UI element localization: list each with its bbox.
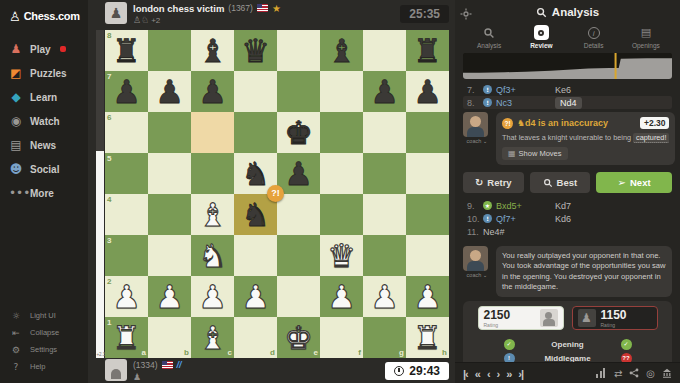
player-rating: (1334) (133, 360, 158, 370)
square-f2[interactable]: ♟ (320, 276, 363, 317)
black-queen[interactable]: ♛ (234, 30, 277, 71)
sidebar-item-social[interactable]: ☻Social (9, 157, 79, 181)
file-label: g (399, 348, 404, 357)
square-d3[interactable] (234, 235, 277, 276)
coach-comment: coach ⌄ ?! ♞d4 is an inaccuracy +2.30 Th… (463, 112, 672, 165)
move-number: 10. (467, 214, 483, 224)
square-a2[interactable]: 2♟ (105, 276, 148, 317)
square-g8[interactable] (363, 30, 406, 71)
black-rook[interactable]: ♜ (406, 30, 449, 71)
phase-row-middlegame: !Middlegame?? (471, 349, 664, 362)
file-label: b (184, 348, 189, 357)
fast-backward-button[interactable]: « (475, 368, 480, 380)
sidebar-item-label: Help (30, 362, 45, 371)
square-g4[interactable] (363, 194, 406, 235)
white-pawn[interactable]: ♟ (320, 276, 363, 317)
sidebar-item-settings[interactable]: ⚙Settings (9, 341, 59, 358)
more-icon: ••• (9, 186, 23, 200)
panel-title: Analysis (552, 6, 599, 18)
sidebar-item-label: Collapse (30, 328, 59, 337)
player-captured-pieces: ♟ (133, 372, 182, 382)
tab-details[interactable]: i Details (568, 24, 620, 50)
chesscom-logo[interactable]: ♙ Chess.com (9, 7, 79, 25)
book-icon: ▤ (641, 26, 651, 40)
coach-summary: coach ⌄ You really outplayed your oppone… (463, 246, 672, 297)
square-h6[interactable] (406, 112, 449, 153)
chesscom-game-review-page: ♙ Chess.com ♟Play◩Puzzles◆Learn◉Watch▤Ne… (0, 0, 680, 383)
sidebar-item-help[interactable]: ?Help (9, 358, 59, 375)
sidebar-item-label: Settings (30, 345, 57, 354)
watch-icon: ◉ (9, 114, 23, 128)
eval-badge: +2.30 (640, 117, 670, 129)
square-c3[interactable]: ♞ (191, 235, 234, 276)
square-g1[interactable]: g (363, 317, 406, 358)
move-row: 11.Ne4# (463, 225, 672, 238)
white-move[interactable]: Ne4# (483, 227, 505, 237)
evaluation-graph[interactable] (463, 53, 672, 79)
news-icon: ▤ (9, 138, 23, 152)
board-grid-icon: ▦ (508, 149, 516, 158)
white-rating-box: 2150 Rating (478, 306, 564, 330)
learn-icon: ◆ (9, 90, 23, 104)
coach-label[interactable]: coach ⌄ (463, 138, 491, 144)
square-b5[interactable] (148, 153, 191, 194)
focus-mode-icon[interactable]: ◎ (646, 368, 655, 379)
black-king[interactable]: ♚ (277, 112, 320, 153)
search-icon (543, 178, 553, 188)
sidebar-nav: ♟Play◩Puzzles◆Learn◉Watch▤News☻Social•••… (9, 37, 79, 205)
square-h7[interactable]: ♟ (406, 71, 449, 112)
evaluation-bar: +2.3 (96, 30, 104, 358)
square-g5[interactable] (363, 153, 406, 194)
square-e2[interactable] (277, 276, 320, 317)
black-bishop[interactable]: ♝ (320, 30, 363, 71)
flair-icon: // (177, 360, 182, 370)
opponent-rating: (1367) (228, 3, 253, 13)
square-h3[interactable] (406, 235, 449, 276)
white-queen[interactable]: ♛ (320, 235, 363, 276)
file-label: f (358, 348, 361, 357)
black-pawn[interactable]: ♟ (277, 153, 320, 194)
file-label: d (270, 348, 275, 357)
collapse-icon: ⇤ (9, 328, 23, 338)
go-end-button[interactable]: ›| (518, 368, 523, 380)
rank-label: 8 (107, 31, 111, 40)
square-b7[interactable]: ♟ (148, 71, 191, 112)
opponent-name[interactable]: london chess victim (133, 3, 224, 14)
rank-label: 7 (107, 72, 111, 81)
move-row: 10.!Qf7+Kd6 (463, 212, 672, 225)
great-move-icon: ! (483, 85, 492, 94)
square-h4[interactable] (406, 194, 449, 235)
square-d1[interactable]: d (234, 317, 277, 358)
square-d7[interactable] (234, 71, 277, 112)
review-icon (534, 25, 549, 40)
square-c2[interactable]: ♟ (191, 276, 234, 317)
go-start-button[interactable]: |‹ (463, 368, 468, 380)
white-move[interactable]: Qf7+ (496, 214, 516, 224)
square-f4[interactable] (320, 194, 363, 235)
black-pawn[interactable]: ♟ (148, 71, 191, 112)
square-d6[interactable] (234, 112, 277, 153)
move-list-top: 7.!Qf3+Ke68.!Nc3Nd4 (463, 83, 672, 109)
pawn-icon: ♟ (578, 309, 596, 327)
search-icon (536, 7, 547, 18)
square-c5[interactable] (191, 153, 234, 194)
rank-label: 2 (107, 277, 111, 286)
stats-icon[interactable] (596, 368, 607, 378)
player-avatar[interactable] (105, 359, 127, 381)
help-icon: ? (9, 362, 23, 372)
player-clock: 29:43 (385, 362, 449, 380)
square-e8[interactable] (277, 30, 320, 71)
square-g6[interactable] (363, 112, 406, 153)
player-bar: (1334) // ♟ 29:43 (105, 359, 449, 383)
inaccuracy-icon: ?! (502, 118, 513, 129)
square-b1[interactable]: b (148, 317, 191, 358)
great-move-icon: ! (483, 98, 492, 107)
square-h2[interactable]: ♟ (406, 276, 449, 317)
white-bishop[interactable]: ♝ (191, 194, 234, 235)
rank-label: 4 (107, 195, 111, 204)
square-e5[interactable]: ♟ (277, 153, 320, 194)
black-move[interactable]: Nd4 (555, 97, 582, 109)
sidebar-bottom-nav: ☼Light UI⇤Collapse⚙Settings?Help (9, 307, 59, 375)
play-icon: ♟ (9, 42, 23, 56)
square-h5[interactable] (406, 153, 449, 194)
square-a3[interactable]: 3 (105, 235, 148, 276)
phase-label: Opening (531, 340, 605, 349)
move-number: 11. (467, 227, 483, 237)
black-move[interactable]: Kd7 (555, 201, 571, 211)
sidebar-item-label: Social (30, 164, 59, 175)
square-a5[interactable]: 5 (105, 153, 148, 194)
square-a6[interactable]: 6 (105, 112, 148, 153)
sidebar-item-news[interactable]: ▤News (9, 133, 79, 157)
file-label: e (314, 348, 318, 357)
black-pawn[interactable]: ♟ (406, 71, 449, 112)
square-a1[interactable]: 1a♜ (105, 317, 148, 358)
square-h8[interactable]: ♜ (406, 30, 449, 71)
square-a8[interactable]: 8♜ (105, 30, 148, 71)
black-bishop[interactable]: ♝ (191, 30, 234, 71)
white-pawn[interactable]: ♟ (406, 276, 449, 317)
evaluation-value: +2.3 (96, 351, 103, 357)
square-f3[interactable]: ♛ (320, 235, 363, 276)
square-a4[interactable]: 4 (105, 194, 148, 235)
sidebar-item-label: Play (30, 44, 51, 55)
square-h1[interactable]: h♜ (406, 317, 449, 358)
square-b4[interactable] (148, 194, 191, 235)
square-f6[interactable] (320, 112, 363, 153)
file-label: a (142, 348, 146, 357)
file-label: h (442, 348, 447, 357)
square-b3[interactable] (148, 235, 191, 276)
square-e6[interactable]: ♚ (277, 112, 320, 153)
black-pawn[interactable]: ♟ (191, 71, 234, 112)
square-e4[interactable] (277, 194, 320, 235)
playback-controls: |‹«‹›»›| ⇄ ◎ (455, 362, 680, 383)
sidebar-item-more[interactable]: •••More (9, 181, 79, 205)
square-f8[interactable]: ♝ (320, 30, 363, 71)
us-flag-icon (257, 4, 268, 12)
black-rating-box: ♟ 1150 Rating (572, 306, 658, 330)
step-back-button[interactable]: ‹ (487, 368, 490, 380)
rank-label: 5 (107, 154, 111, 163)
comment-title: ♞d4 is an inaccuracy (517, 118, 608, 128)
move-number: 7. (467, 85, 483, 95)
avatar (540, 309, 558, 327)
social-icon: ☻ (9, 162, 23, 176)
square-b6[interactable] (148, 112, 191, 153)
chesscom-pawn-icon: ♙ (9, 9, 21, 24)
square-c7[interactable]: ♟ (191, 71, 234, 112)
puzzles-icon: ◩ (9, 66, 23, 80)
square-f7[interactable] (320, 71, 363, 112)
square-c6[interactable] (191, 112, 234, 153)
us-flag-icon (162, 361, 173, 369)
coach-avatar (463, 112, 488, 137)
white-pawn[interactable]: ♟ (191, 276, 234, 317)
best-button[interactable]: Best (530, 172, 591, 193)
square-c4[interactable]: ♝ (191, 194, 234, 235)
black-estimated-rating: 1150 (601, 308, 627, 322)
square-e3[interactable] (277, 235, 320, 276)
square-d2[interactable]: ♟ (234, 276, 277, 317)
sidebar-item-puzzles[interactable]: ◩Puzzles (9, 61, 79, 85)
move-list-bottom: 9.★Bxd5+Kd710.!Qf7+Kd611.Ne4# (463, 199, 672, 238)
share-icon[interactable] (629, 368, 639, 378)
square-b2[interactable]: ♟ (148, 276, 191, 317)
summary-text: You really outplayed your opponent in th… (496, 246, 672, 297)
white-pawn[interactable]: ♟ (148, 276, 191, 317)
material-score: +2 (151, 16, 160, 25)
next-arrow-icon: ➢ (618, 177, 626, 188)
panel-tabs: Analysis Review i Details ▤ Openings (463, 24, 672, 50)
sidebar-item-label: Light UI (30, 311, 56, 320)
clock-icon (394, 366, 404, 376)
sidebar-item-collapse[interactable]: ⇤Collapse (9, 324, 59, 341)
info-icon: i (588, 27, 600, 39)
black-pawn[interactable]: ♟ (363, 71, 406, 112)
white-pawn[interactable]: ♟ (363, 276, 406, 317)
rank-label: 1 (107, 318, 111, 327)
great-move-icon: ! (483, 214, 492, 223)
white-move[interactable]: Bxd5+ (496, 201, 522, 211)
move-row: 8.!Nc3Nd4 (463, 96, 672, 109)
notification-badge (60, 46, 66, 52)
next-button[interactable]: ➢ Next (596, 172, 672, 193)
sidebar-item-label: News (30, 140, 56, 151)
square-b8[interactable] (148, 30, 191, 71)
comment-keyword[interactable]: captured! (633, 133, 669, 143)
rank-label: 6 (107, 113, 111, 122)
retry-button[interactable]: ↻ Retry (463, 172, 524, 193)
chesscom-logo-text: Chess.com (24, 10, 80, 22)
sidebar-item-learn[interactable]: ◆Learn (9, 85, 79, 109)
move-row: 7.!Qf3+Ke6 (463, 83, 672, 96)
gear-icon[interactable] (460, 6, 472, 18)
square-f5[interactable] (320, 153, 363, 194)
sidebar-item-watch[interactable]: ◉Watch (9, 109, 79, 133)
best-move-icon: ★ (483, 201, 492, 210)
tab-analysis[interactable]: Analysis (463, 24, 515, 50)
sidebar-item-label: Watch (30, 116, 60, 127)
move-number: 9. (467, 201, 483, 211)
sidebar-item-label: More (30, 188, 54, 199)
sidebar-item-play[interactable]: ♟Play (9, 37, 79, 61)
move-row: 9.★Bxd5+Kd7 (463, 199, 672, 212)
square-c8[interactable]: ♝ (191, 30, 234, 71)
square-g2[interactable]: ♟ (363, 276, 406, 317)
rank-label: 3 (107, 236, 111, 245)
black-move[interactable]: Kd6 (555, 214, 571, 224)
tab-openings[interactable]: ▤ Openings (620, 24, 672, 50)
light-ui-icon: ☼ (9, 311, 23, 321)
retry-icon: ↻ (475, 177, 483, 188)
opponent-captured-pieces: ♙♘ +2 (133, 15, 281, 25)
tab-review[interactable]: Review (515, 24, 567, 50)
settings-icon: ⚙ (9, 345, 23, 355)
inaccuracy-badge: ?! (267, 185, 284, 202)
analysis-panel: Analysis Analysis Review i Details ▤ Ope… (455, 0, 680, 383)
white-estimated-rating: 2150 (484, 308, 511, 322)
opponent-avatar[interactable]: ♟ (105, 2, 127, 24)
square-d8[interactable]: ♛ (234, 30, 277, 71)
flip-board-icon[interactable]: ⇄ (614, 368, 622, 379)
coach-label[interactable]: coach ⌄ (463, 272, 491, 278)
sidebar: ♙ Chess.com ♟Play◩Puzzles◆Learn◉Watch▤Ne… (0, 0, 88, 383)
opponent-clock: 25:35 (400, 5, 449, 23)
show-moves-button[interactable]: ▦ Show Moves (502, 147, 568, 160)
square-e1[interactable]: e♚ (277, 317, 320, 358)
sidebar-item-label: Puzzles (30, 68, 67, 79)
sidebar-item-light-ui[interactable]: ☼Light UI (9, 307, 59, 324)
square-g7[interactable]: ♟ (363, 71, 406, 112)
square-e7[interactable] (277, 71, 320, 112)
move-number: 8. (467, 98, 483, 108)
white-pawn[interactable]: ♟ (234, 276, 277, 317)
square-c1[interactable]: c♝ (191, 317, 234, 358)
coach-avatar (463, 246, 488, 271)
opponent-bar: ♟ london chess victim (1367) ★ ♙♘ +2 25:… (105, 2, 449, 28)
step-forward-button[interactable]: › (497, 368, 500, 380)
fast-forward-button[interactable]: » (506, 368, 511, 380)
white-knight[interactable]: ♞ (191, 235, 234, 276)
panel-header: Analysis (463, 0, 672, 24)
white-move[interactable]: Nc3 (496, 98, 512, 108)
black-move[interactable]: Ke6 (555, 85, 571, 95)
file-label: c (228, 348, 232, 357)
search-icon (483, 26, 495, 40)
library-icon[interactable] (662, 368, 672, 378)
square-a7[interactable]: 7♟ (105, 71, 148, 112)
square-f1[interactable]: f (320, 317, 363, 358)
evaluation-bar-white: +2.3 (96, 151, 104, 358)
phase-row-opening: ✓Opening✓ (471, 335, 664, 348)
comment-body: That leaves a knight vulnerable to being… (502, 133, 669, 142)
star-icon: ★ (272, 3, 281, 14)
sidebar-item-label: Learn (30, 92, 57, 103)
square-g3[interactable] (363, 235, 406, 276)
white-move[interactable]: Qf3+ (496, 85, 516, 95)
